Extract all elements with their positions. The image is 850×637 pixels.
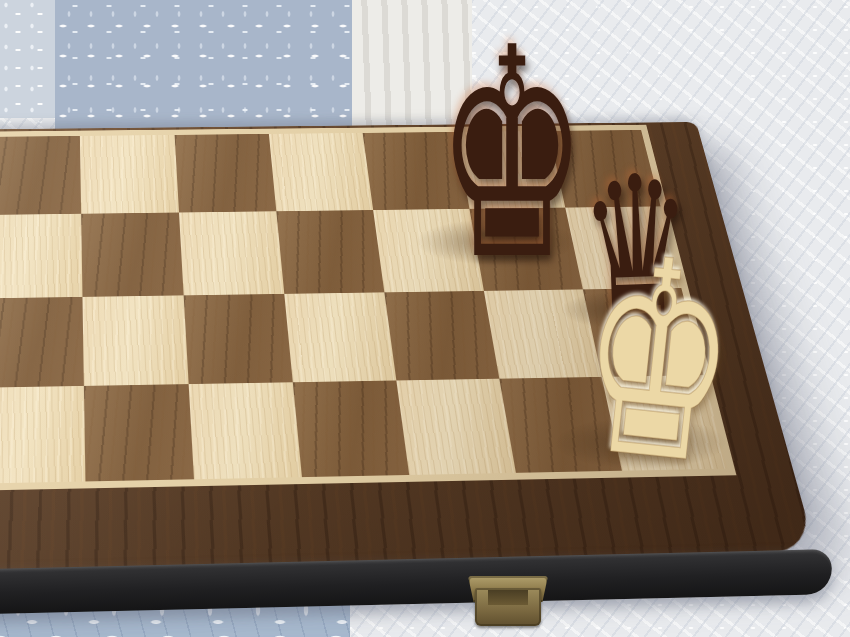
square-f1[interactable]: [80, 135, 179, 214]
square-g3[interactable]: [0, 297, 84, 388]
quilt-cream-stripe: [352, 0, 472, 135]
square-a2[interactable]: [565, 206, 681, 289]
square-f4[interactable]: [84, 384, 194, 481]
square-a4[interactable]: [602, 375, 728, 471]
square-g2[interactable]: [0, 214, 82, 299]
square-d1[interactable]: [269, 133, 373, 211]
square-b3[interactable]: [484, 289, 602, 378]
square-f3[interactable]: [82, 295, 188, 386]
square-e3[interactable]: [184, 294, 293, 384]
clasp-latch: [468, 576, 548, 628]
board-squares: [0, 130, 727, 486]
square-b2[interactable]: [469, 208, 582, 291]
square-e2[interactable]: [179, 211, 284, 295]
square-d2[interactable]: [276, 210, 384, 294]
square-e1[interactable]: [175, 134, 277, 213]
square-c2[interactable]: [373, 209, 484, 293]
square-c4[interactable]: [396, 379, 516, 475]
square-g4[interactable]: [0, 386, 85, 484]
latch-flap: [475, 588, 541, 626]
chess-board: [0, 122, 816, 575]
square-g1[interactable]: [0, 136, 81, 215]
photo-scene: ♚♛♚: [0, 0, 850, 637]
square-a1[interactable]: [549, 130, 661, 208]
square-b4[interactable]: [499, 377, 622, 473]
board-maple-outline: [0, 125, 736, 493]
square-b1[interactable]: [456, 131, 565, 209]
quilt-blue-stripe: [55, 0, 363, 140]
square-d3[interactable]: [284, 292, 396, 382]
square-c3[interactable]: [384, 291, 499, 381]
square-c1[interactable]: [363, 132, 470, 210]
square-f2[interactable]: [81, 213, 184, 297]
square-a3[interactable]: [583, 288, 704, 377]
square-e4[interactable]: [189, 382, 302, 479]
square-d4[interactable]: [293, 380, 409, 477]
